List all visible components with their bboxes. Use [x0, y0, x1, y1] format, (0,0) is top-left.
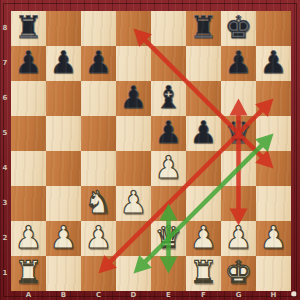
piece-black-pawn-d6[interactable]: ♟	[116, 80, 151, 115]
piece-white-rook-f1[interactable]: ♜	[186, 255, 221, 290]
square-c8[interactable]	[81, 11, 116, 46]
square-g6[interactable]	[221, 81, 256, 116]
square-f7[interactable]	[186, 46, 221, 81]
rank-label-6: 6	[0, 81, 10, 116]
square-h7[interactable]: ♟	[256, 46, 291, 81]
rank-label-7: 7	[0, 46, 10, 81]
piece-white-knight-c3[interactable]: ♞	[81, 185, 116, 220]
piece-black-king-g8[interactable]: ♚	[221, 10, 256, 45]
square-e6[interactable]: ♝	[151, 81, 186, 116]
square-c3[interactable]: ♞	[81, 186, 116, 221]
square-d4[interactable]	[116, 151, 151, 186]
piece-black-rook-a8[interactable]: ♜	[11, 10, 46, 45]
square-g4[interactable]	[221, 151, 256, 186]
piece-white-pawn-g2[interactable]: ♟	[221, 220, 256, 255]
file-label-b: B	[46, 291, 81, 300]
square-f1[interactable]: ♜	[186, 256, 221, 291]
square-c5[interactable]	[81, 116, 116, 151]
square-g2[interactable]: ♟	[221, 221, 256, 256]
square-d5[interactable]	[116, 116, 151, 151]
square-b7[interactable]: ♟	[46, 46, 81, 81]
square-h5[interactable]	[256, 116, 291, 151]
square-c2[interactable]: ♟	[81, 221, 116, 256]
square-f3[interactable]	[186, 186, 221, 221]
square-g7[interactable]: ♟	[221, 46, 256, 81]
square-g5[interactable]: ♛	[221, 116, 256, 151]
square-c1[interactable]	[81, 256, 116, 291]
square-e1[interactable]	[151, 256, 186, 291]
square-c7[interactable]: ♟	[81, 46, 116, 81]
square-d3[interactable]: ♟	[116, 186, 151, 221]
square-a2[interactable]: ♟	[11, 221, 46, 256]
piece-white-pawn-f2[interactable]: ♟	[186, 220, 221, 255]
rank-label-4: 4	[0, 151, 10, 186]
rank-label-8: 8	[0, 11, 10, 46]
square-e8[interactable]	[151, 11, 186, 46]
file-label-e: E	[151, 291, 186, 300]
piece-white-pawn-b2[interactable]: ♟	[46, 220, 81, 255]
square-b3[interactable]	[46, 186, 81, 221]
square-d7[interactable]	[116, 46, 151, 81]
piece-white-rook-a1[interactable]: ♜	[11, 255, 46, 290]
rank-label-3: 3	[0, 186, 10, 221]
square-h6[interactable]	[256, 81, 291, 116]
square-a1[interactable]: ♜	[11, 256, 46, 291]
square-b2[interactable]: ♟	[46, 221, 81, 256]
chess-board: ♜♜♚♟♟♟♟♟♟♝♟♟♛♟♞♟♟♟♟♛♟♟♟♜♜♚	[11, 11, 291, 291]
piece-black-pawn-b7[interactable]: ♟	[46, 45, 81, 80]
piece-black-queen-g5[interactable]: ♛	[221, 115, 256, 150]
square-b1[interactable]	[46, 256, 81, 291]
piece-white-pawn-d3[interactable]: ♟	[116, 185, 151, 220]
square-b6[interactable]	[46, 81, 81, 116]
file-label-a: A	[11, 291, 46, 300]
file-label-f: F	[186, 291, 221, 300]
piece-white-pawn-c2[interactable]: ♟	[81, 220, 116, 255]
square-a6[interactable]	[11, 81, 46, 116]
square-a5[interactable]	[11, 116, 46, 151]
piece-white-pawn-e4[interactable]: ♟	[151, 150, 186, 185]
piece-black-pawn-f5[interactable]: ♟	[186, 115, 221, 150]
square-h1[interactable]	[256, 256, 291, 291]
square-e7[interactable]	[151, 46, 186, 81]
square-e4[interactable]: ♟	[151, 151, 186, 186]
corner-dot	[291, 291, 297, 297]
piece-black-pawn-a7[interactable]: ♟	[11, 45, 46, 80]
piece-black-pawn-g7[interactable]: ♟	[221, 45, 256, 80]
rank-label-2: 2	[0, 221, 10, 256]
square-b5[interactable]	[46, 116, 81, 151]
square-d1[interactable]	[116, 256, 151, 291]
file-label-h: H	[256, 291, 291, 300]
square-a3[interactable]	[11, 186, 46, 221]
chessboard-diagram: ♜♜♚♟♟♟♟♟♟♝♟♟♛♟♞♟♟♟♟♛♟♟♟♜♜♚ 87654321ABCDE…	[0, 0, 300, 300]
square-g1[interactable]: ♚	[221, 256, 256, 291]
piece-white-pawn-a2[interactable]: ♟	[11, 220, 46, 255]
square-f5[interactable]: ♟	[186, 116, 221, 151]
piece-black-pawn-e5[interactable]: ♟	[151, 115, 186, 150]
piece-black-pawn-h7[interactable]: ♟	[256, 45, 291, 80]
piece-black-rook-f8[interactable]: ♜	[186, 10, 221, 45]
square-a7[interactable]: ♟	[11, 46, 46, 81]
square-f2[interactable]: ♟	[186, 221, 221, 256]
piece-white-queen-e2[interactable]: ♛	[151, 220, 186, 255]
square-h8[interactable]	[256, 11, 291, 46]
square-b4[interactable]	[46, 151, 81, 186]
square-h3[interactable]	[256, 186, 291, 221]
square-f6[interactable]	[186, 81, 221, 116]
square-c6[interactable]	[81, 81, 116, 116]
square-a4[interactable]	[11, 151, 46, 186]
square-d6[interactable]: ♟	[116, 81, 151, 116]
piece-white-pawn-h2[interactable]: ♟	[256, 220, 291, 255]
square-f8[interactable]: ♜	[186, 11, 221, 46]
rank-label-1: 1	[0, 256, 10, 291]
file-label-g: G	[221, 291, 256, 300]
square-g8[interactable]: ♚	[221, 11, 256, 46]
file-label-d: D	[116, 291, 151, 300]
square-d8[interactable]	[116, 11, 151, 46]
square-a8[interactable]: ♜	[11, 11, 46, 46]
file-label-c: C	[81, 291, 116, 300]
square-h2[interactable]: ♟	[256, 221, 291, 256]
square-h4[interactable]	[256, 151, 291, 186]
piece-black-bishop-e6[interactable]: ♝	[151, 80, 186, 115]
square-b8[interactable]	[46, 11, 81, 46]
square-d2[interactable]	[116, 221, 151, 256]
square-c4[interactable]	[81, 151, 116, 186]
piece-black-pawn-c7[interactable]: ♟	[81, 45, 116, 80]
square-e3[interactable]	[151, 186, 186, 221]
square-g3[interactable]	[221, 186, 256, 221]
square-f4[interactable]	[186, 151, 221, 186]
square-e2[interactable]: ♛	[151, 221, 186, 256]
piece-white-king-g1[interactable]: ♚	[221, 255, 256, 290]
rank-label-5: 5	[0, 116, 10, 151]
square-e5[interactable]: ♟	[151, 116, 186, 151]
